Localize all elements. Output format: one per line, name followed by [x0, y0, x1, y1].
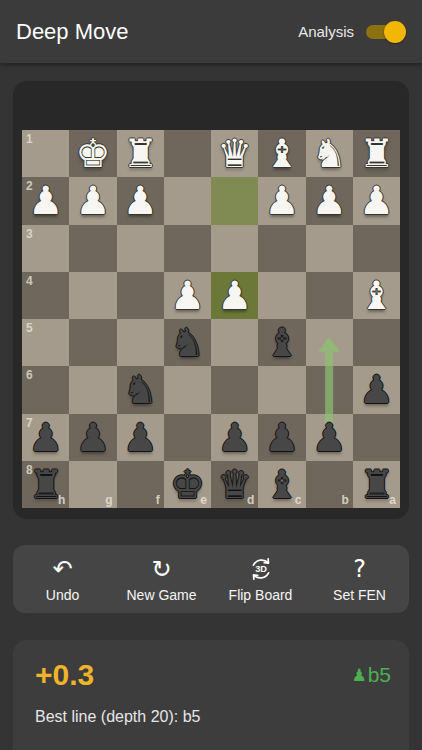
square-a8[interactable]: a♜ — [353, 461, 400, 508]
piece-wR-a1[interactable]: ♜ — [359, 134, 394, 173]
square-a7[interactable] — [353, 414, 400, 461]
square-h3[interactable]: 3 — [22, 225, 69, 272]
app-title: Deep Move — [16, 19, 129, 45]
square-d1[interactable]: ♛ — [211, 130, 258, 177]
piece-wP-b2[interactable]: ♟ — [312, 181, 347, 220]
square-c5[interactable]: ♝ — [258, 319, 305, 366]
square-e2[interactable] — [164, 177, 211, 224]
square-b2[interactable]: ♟ — [306, 177, 353, 224]
flip-board-button[interactable]: 3D Flip Board — [211, 545, 310, 613]
square-c1[interactable]: ♝ — [258, 130, 305, 177]
square-g3[interactable] — [69, 225, 116, 272]
square-b3[interactable] — [306, 225, 353, 272]
piece-wP-d4[interactable]: ♟ — [217, 276, 252, 315]
square-d8[interactable]: d♛ — [211, 461, 258, 508]
square-c7[interactable]: ♟ — [258, 414, 305, 461]
square-f8[interactable]: f — [117, 461, 164, 508]
piece-bP-d7[interactable]: ♟ — [217, 418, 252, 457]
piece-bP-b7[interactable]: ♟ — [312, 418, 347, 457]
undo-icon: ↶ — [52, 556, 72, 582]
piece-bN-f6[interactable]: ♞ — [123, 370, 158, 409]
square-e7[interactable] — [164, 414, 211, 461]
square-c6[interactable] — [258, 366, 305, 413]
piece-wB-c1[interactable]: ♝ — [264, 134, 299, 173]
piece-bP-f7[interactable]: ♟ — [123, 418, 158, 457]
square-f4[interactable] — [117, 272, 164, 319]
square-d6[interactable] — [211, 366, 258, 413]
square-e3[interactable] — [164, 225, 211, 272]
file-label-b: b — [341, 493, 348, 507]
rank-label-6: 6 — [26, 368, 33, 382]
square-a4[interactable]: ♝ — [353, 272, 400, 319]
square-c3[interactable] — [258, 225, 305, 272]
square-d3[interactable] — [211, 225, 258, 272]
best-move-text: b5 — [368, 663, 391, 687]
square-f5[interactable] — [117, 319, 164, 366]
file-label-g: g — [105, 493, 112, 507]
new-game-button[interactable]: ↻ New Game — [112, 545, 211, 613]
square-h1[interactable]: 1 — [22, 130, 69, 177]
square-b6[interactable] — [306, 366, 353, 413]
piece-bP-h7[interactable]: ♟ — [28, 418, 63, 457]
piece-bN-e5[interactable]: ♞ — [170, 323, 205, 362]
square-h6[interactable]: 6 — [22, 366, 69, 413]
square-a1[interactable]: ♜ — [353, 130, 400, 177]
piece-wK-g1[interactable]: ♚ — [75, 134, 110, 173]
piece-wP-e4[interactable]: ♟ — [170, 276, 205, 315]
question-mark-icon: ? — [353, 556, 366, 582]
square-g1[interactable]: ♚ — [69, 130, 116, 177]
rank-label-3: 3 — [26, 227, 33, 241]
square-f1[interactable]: ♜ — [117, 130, 164, 177]
rank-label-4: 4 — [26, 274, 33, 288]
pawn-icon: ♟ — [351, 665, 366, 685]
square-f7[interactable]: ♟ — [117, 414, 164, 461]
piece-bP-c7[interactable]: ♟ — [264, 418, 299, 457]
piece-wQ-d1[interactable]: ♛ — [217, 134, 252, 173]
square-d5[interactable] — [211, 319, 258, 366]
square-e6[interactable] — [164, 366, 211, 413]
square-f2[interactable]: ♟ — [117, 177, 164, 224]
board-card: 1♚♜♛♝♞♜2♟♟♟♟♟♟34♟♟♝5♞♝6♞♟7♟♟♟♟♟♟8h♜gfe♚d… — [13, 81, 409, 519]
square-c8[interactable]: c♝ — [258, 461, 305, 508]
square-g6[interactable] — [69, 366, 116, 413]
svg-text:3D: 3D — [255, 564, 267, 574]
piece-bB-c8[interactable]: ♝ — [264, 465, 299, 504]
square-g4[interactable] — [69, 272, 116, 319]
square-f6[interactable]: ♞ — [117, 366, 164, 413]
piece-wP-g2[interactable]: ♟ — [75, 181, 110, 220]
square-g8[interactable]: g — [69, 461, 116, 508]
square-h5[interactable]: 5 — [22, 319, 69, 366]
piece-bP-a6[interactable]: ♟ — [359, 370, 394, 409]
square-h2[interactable]: 2♟ — [22, 177, 69, 224]
new-game-icon: ↻ — [151, 556, 171, 582]
best-move-badge: ♟ b5 — [351, 663, 391, 687]
square-b7[interactable]: ♟ — [306, 414, 353, 461]
square-a5[interactable] — [353, 319, 400, 366]
square-f3[interactable] — [117, 225, 164, 272]
piece-wP-h2[interactable]: ♟ — [28, 181, 63, 220]
chess-board[interactable]: 1♚♜♛♝♞♜2♟♟♟♟♟♟34♟♟♝5♞♝6♞♟7♟♟♟♟♟♟8h♜gfe♚d… — [22, 130, 400, 508]
square-g2[interactable]: ♟ — [69, 177, 116, 224]
piece-wB-a4[interactable]: ♝ — [359, 276, 394, 315]
square-b5[interactable] — [306, 319, 353, 366]
square-a3[interactable] — [353, 225, 400, 272]
app-header: Deep Move Analysis — [0, 0, 422, 63]
square-e1[interactable] — [164, 130, 211, 177]
square-g5[interactable] — [69, 319, 116, 366]
analysis-panel: +0.3 ♟ b5 Best line (depth 20): b5 — [13, 640, 409, 750]
square-e8[interactable]: e♚ — [164, 461, 211, 508]
piece-wP-a2[interactable]: ♟ — [359, 181, 394, 220]
piece-wP-f2[interactable]: ♟ — [123, 181, 158, 220]
analysis-toggle[interactable] — [366, 20, 406, 44]
rank-label-5: 5 — [26, 321, 33, 335]
analysis-label: Analysis — [298, 23, 354, 40]
piece-bQ-d8[interactable]: ♛ — [217, 465, 252, 504]
best-line-text: Best line (depth 20): b5 — [35, 708, 391, 726]
square-b4[interactable] — [306, 272, 353, 319]
square-d7[interactable]: ♟ — [211, 414, 258, 461]
square-h8[interactable]: 8h♜ — [22, 461, 69, 508]
square-e4[interactable]: ♟ — [164, 272, 211, 319]
square-e5[interactable]: ♞ — [164, 319, 211, 366]
flip-board-3d-icon: 3D — [248, 556, 274, 582]
evaluation-score: +0.3 — [35, 658, 94, 692]
piece-bP-g7[interactable]: ♟ — [75, 418, 110, 457]
undo-button[interactable]: ↶ Undo — [13, 545, 112, 613]
rank-label-1: 1 — [26, 132, 33, 146]
piece-bK-e8[interactable]: ♚ — [170, 465, 205, 504]
square-a6[interactable]: ♟ — [353, 366, 400, 413]
piece-wN-b1[interactable]: ♞ — [312, 134, 347, 173]
square-b1[interactable]: ♞ — [306, 130, 353, 177]
set-fen-button[interactable]: ? Set FEN — [310, 545, 409, 613]
square-b8[interactable]: b — [306, 461, 353, 508]
square-a2[interactable]: ♟ — [353, 177, 400, 224]
square-h7[interactable]: 7♟ — [22, 414, 69, 461]
square-h4[interactable]: 4 — [22, 272, 69, 319]
toggle-thumb — [384, 21, 406, 43]
square-c2[interactable]: ♟ — [258, 177, 305, 224]
piece-bB-c5[interactable]: ♝ — [264, 323, 299, 362]
toolbar: ↶ Undo ↻ New Game 3D Flip Board ? Set FE… — [13, 545, 409, 613]
square-c4[interactable] — [258, 272, 305, 319]
piece-wR-f1[interactable]: ♜ — [123, 134, 158, 173]
square-d4[interactable]: ♟ — [211, 272, 258, 319]
piece-bR-h8[interactable]: ♜ — [28, 465, 63, 504]
square-d2[interactable] — [211, 177, 258, 224]
piece-wP-c2[interactable]: ♟ — [264, 181, 299, 220]
piece-bR-a8[interactable]: ♜ — [359, 465, 394, 504]
square-g7[interactable]: ♟ — [69, 414, 116, 461]
file-label-f: f — [156, 493, 160, 507]
